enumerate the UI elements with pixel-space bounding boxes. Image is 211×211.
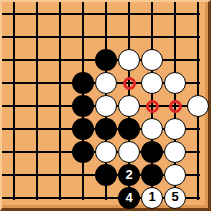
white-stone xyxy=(164,164,186,186)
black-stone xyxy=(72,95,94,117)
move-number-label: 5 xyxy=(171,189,178,204)
move-number-label: 1 xyxy=(148,189,155,204)
white-stone xyxy=(118,141,140,163)
black-stone xyxy=(72,141,94,163)
white-stone xyxy=(118,95,140,117)
white-stone xyxy=(187,95,209,117)
red-circle-marker xyxy=(169,100,182,113)
black-stone xyxy=(141,164,163,186)
grid-line-horizontal xyxy=(2,13,200,15)
white-stone xyxy=(95,95,117,117)
white-stone xyxy=(95,141,117,163)
black-stone xyxy=(95,164,117,186)
black-stone xyxy=(95,49,117,71)
black-stone-move-4: 4 xyxy=(118,187,140,209)
grid-line-vertical xyxy=(36,2,38,200)
black-stone xyxy=(141,141,163,163)
go-diagram: 2415 xyxy=(0,0,211,211)
grid-line-vertical xyxy=(13,2,15,200)
go-board: 2415 xyxy=(0,0,211,211)
red-circle-marker xyxy=(123,77,136,90)
black-stone xyxy=(72,118,94,140)
grid-line-horizontal xyxy=(2,36,200,38)
grid-line-vertical xyxy=(59,2,61,200)
black-stone xyxy=(72,72,94,94)
black-stone xyxy=(95,118,117,140)
white-stone xyxy=(141,72,163,94)
white-stone xyxy=(164,118,186,140)
black-stone-move-2: 2 xyxy=(118,164,140,186)
white-stone xyxy=(164,141,186,163)
white-stone xyxy=(141,49,163,71)
white-stone xyxy=(164,72,186,94)
board-grid: 2415 xyxy=(2,2,208,208)
white-stone-move-1: 1 xyxy=(141,187,163,209)
red-circle-marker xyxy=(146,100,159,113)
white-stone xyxy=(95,72,117,94)
black-stone xyxy=(118,118,140,140)
white-stone xyxy=(141,118,163,140)
white-stone-move-5: 5 xyxy=(164,187,186,209)
move-number-label: 2 xyxy=(125,167,132,182)
white-stone xyxy=(118,49,140,71)
move-number-label: 4 xyxy=(125,190,132,205)
